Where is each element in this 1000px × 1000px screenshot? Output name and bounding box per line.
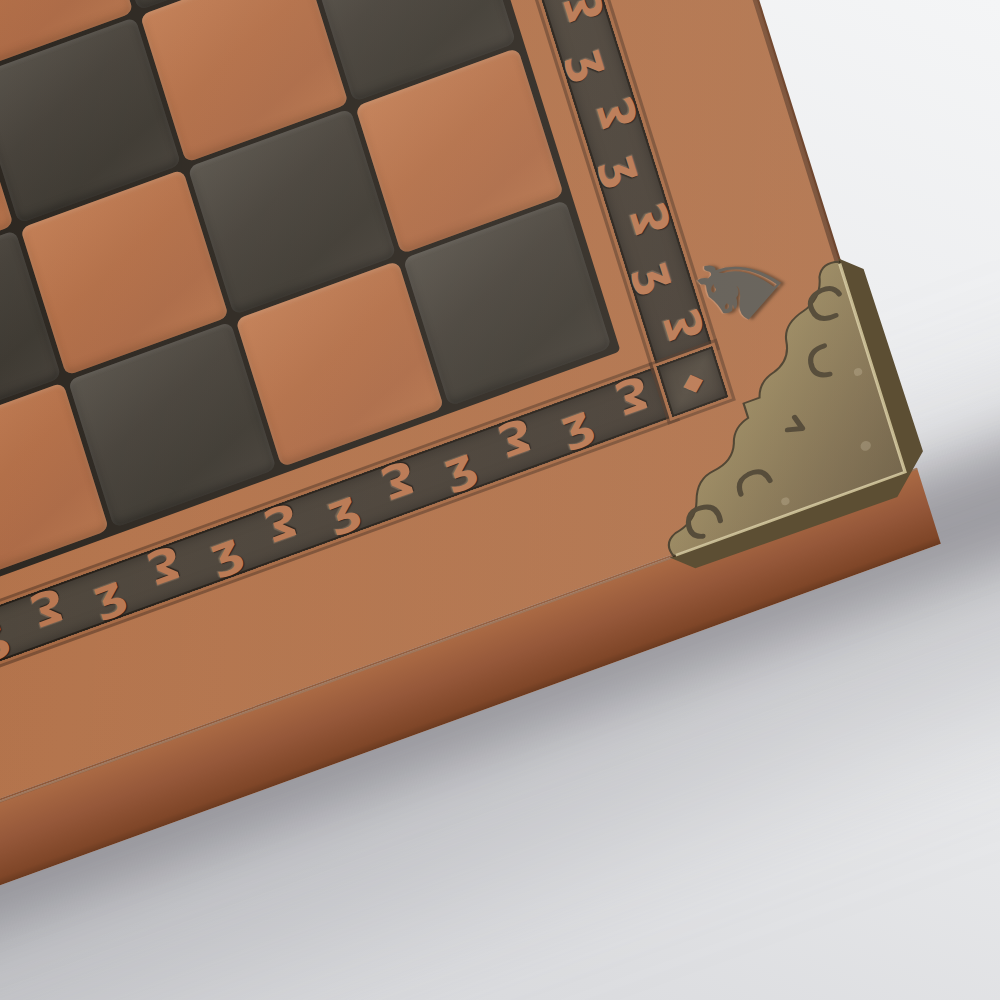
scroll-motif-icon: ʒ <box>144 542 189 603</box>
scroll-motif-icon: ʒ <box>577 93 641 140</box>
scroll-motif-icon: ʒ <box>320 478 365 539</box>
scroll-motif-icon: ʒ <box>437 436 482 497</box>
scroll-motif-icon: ʒ <box>611 200 675 247</box>
scroll-motif-icon: ʒ <box>0 605 14 666</box>
scene: ʒʒʒʒʒʒʒʒʒʒʒʒʒʒʒʒʒʒʒʒʒʒʒʒ ʒʒʒʒʒʒʒʒʒʒʒʒʒʒʒ… <box>0 0 1000 1000</box>
scroll-motif-icon: ʒ <box>495 414 540 475</box>
scroll-motif-icon: ʒ <box>378 457 423 518</box>
scroll-motif-icon: ʒ <box>28 584 73 645</box>
scroll-motif-icon: ʒ <box>86 563 131 624</box>
scroll-motif-icon: ʒ <box>594 147 658 194</box>
scroll-motif-icon: ʒ <box>203 520 248 581</box>
scroll-motif-icon: ʒ <box>561 40 625 87</box>
scroll-motif-icon: ʒ <box>544 0 608 34</box>
scroll-motif-icon: ʒ <box>261 499 306 560</box>
